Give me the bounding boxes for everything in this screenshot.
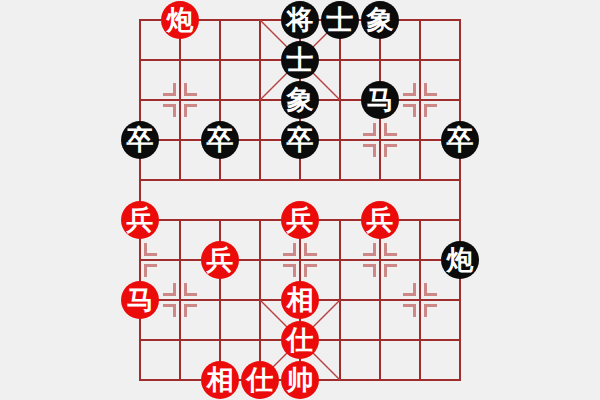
piece-red-elephant[interactable]: 相 xyxy=(281,281,319,319)
piece-black-general[interactable]: 将 xyxy=(281,1,319,39)
point-marker xyxy=(384,264,397,277)
point-marker xyxy=(163,304,176,317)
point-marker xyxy=(403,83,416,96)
point-marker xyxy=(424,104,437,117)
point-marker xyxy=(163,83,176,96)
piece-red-advisor[interactable]: 仕 xyxy=(241,361,279,399)
piece-black-advisor[interactable]: 士 xyxy=(321,1,359,39)
point-marker xyxy=(163,104,176,117)
piece-red-horse[interactable]: 马 xyxy=(121,281,159,319)
point-marker xyxy=(403,104,416,117)
point-marker xyxy=(363,144,376,157)
point-marker xyxy=(144,264,157,277)
point-marker xyxy=(304,264,317,277)
piece-red-soldier[interactable]: 兵 xyxy=(201,241,239,279)
point-marker xyxy=(403,283,416,296)
point-marker xyxy=(184,83,197,96)
piece-black-soldier[interactable]: 卒 xyxy=(201,121,239,159)
point-marker xyxy=(403,304,416,317)
piece-black-soldier[interactable]: 卒 xyxy=(281,121,319,159)
piece-black-elephant[interactable]: 象 xyxy=(281,81,319,119)
piece-black-advisor[interactable]: 士 xyxy=(281,41,319,79)
point-marker xyxy=(384,123,397,136)
point-marker xyxy=(283,264,296,277)
piece-red-cannon[interactable]: 炮 xyxy=(161,1,199,39)
point-marker xyxy=(283,243,296,256)
xiangqi-board: 炮将士象士象马卒卒卒卒兵兵兵兵炮马相仕相仕帅 xyxy=(0,0,600,400)
piece-red-elephant[interactable]: 相 xyxy=(201,361,239,399)
point-marker xyxy=(363,243,376,256)
piece-red-soldier[interactable]: 兵 xyxy=(281,201,319,239)
point-marker xyxy=(363,264,376,277)
point-marker xyxy=(424,83,437,96)
piece-red-soldier[interactable]: 兵 xyxy=(361,201,399,239)
piece-black-cannon[interactable]: 炮 xyxy=(441,241,479,279)
point-marker xyxy=(184,104,197,117)
piece-red-soldier[interactable]: 兵 xyxy=(121,201,159,239)
point-marker xyxy=(363,123,376,136)
point-marker xyxy=(184,304,197,317)
piece-red-advisor[interactable]: 仕 xyxy=(281,321,319,359)
point-marker xyxy=(384,243,397,256)
point-marker xyxy=(163,283,176,296)
piece-red-general[interactable]: 帅 xyxy=(281,361,319,399)
piece-black-soldier[interactable]: 卒 xyxy=(121,121,159,159)
point-marker xyxy=(144,243,157,256)
piece-black-horse[interactable]: 马 xyxy=(361,81,399,119)
point-marker xyxy=(384,144,397,157)
point-marker xyxy=(424,304,437,317)
point-marker xyxy=(304,243,317,256)
point-marker xyxy=(184,283,197,296)
point-marker xyxy=(424,283,437,296)
piece-black-soldier[interactable]: 卒 xyxy=(441,121,479,159)
piece-black-elephant[interactable]: 象 xyxy=(361,1,399,39)
